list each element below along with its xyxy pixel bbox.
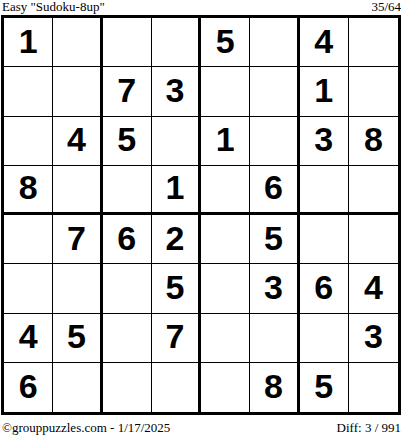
cell-r5c4[interactable]: 2 (152, 215, 201, 264)
cell-r6c1[interactable] (4, 264, 53, 313)
cell-r3c5[interactable]: 1 (201, 117, 250, 166)
cell-r6c8[interactable]: 4 (349, 264, 398, 313)
cell-r2c3[interactable]: 7 (103, 67, 152, 116)
cell-r7c4[interactable]: 7 (152, 314, 201, 363)
cell-r4c1[interactable]: 8 (4, 166, 53, 215)
puzzle-page: Easy "Sudoku-8up" 35/64 1547314513881676… (0, 0, 403, 437)
cell-r6c3[interactable] (103, 264, 152, 313)
cell-r8c7[interactable]: 5 (300, 363, 349, 412)
cell-r4c6[interactable]: 6 (250, 166, 299, 215)
page-footer: ©grouppuzzles.com - 1/17/2025 Diff: 3 / … (2, 420, 401, 435)
cell-r2c6[interactable] (250, 67, 299, 116)
cell-r7c3[interactable] (103, 314, 152, 363)
cell-r1c7[interactable]: 4 (300, 18, 349, 67)
cell-r5c2[interactable]: 7 (53, 215, 102, 264)
difficulty-text: Diff: 3 / 991 (337, 420, 401, 435)
cell-r5c7[interactable] (300, 215, 349, 264)
cell-r5c8[interactable] (349, 215, 398, 264)
cell-r2c2[interactable] (53, 67, 102, 116)
cell-r3c7[interactable]: 3 (300, 117, 349, 166)
cell-r3c8[interactable]: 8 (349, 117, 398, 166)
cell-r6c5[interactable] (201, 264, 250, 313)
cell-r5c5[interactable] (201, 215, 250, 264)
cell-r5c1[interactable] (4, 215, 53, 264)
cell-r2c8[interactable] (349, 67, 398, 116)
cell-r1c5[interactable]: 5 (201, 18, 250, 67)
cell-r2c7[interactable]: 1 (300, 67, 349, 116)
cell-r4c7[interactable] (300, 166, 349, 215)
cell-r8c2[interactable] (53, 363, 102, 412)
cell-r1c2[interactable] (53, 18, 102, 67)
cell-r3c6[interactable] (250, 117, 299, 166)
cell-r6c7[interactable]: 6 (300, 264, 349, 313)
cell-r6c2[interactable] (53, 264, 102, 313)
cell-r2c4[interactable]: 3 (152, 67, 201, 116)
cell-r4c8[interactable] (349, 166, 398, 215)
cell-r4c2[interactable] (53, 166, 102, 215)
cell-r8c6[interactable]: 8 (250, 363, 299, 412)
cell-r8c3[interactable] (103, 363, 152, 412)
cell-r8c8[interactable] (349, 363, 398, 412)
cell-r4c3[interactable] (103, 166, 152, 215)
cell-r7c6[interactable] (250, 314, 299, 363)
cell-r5c3[interactable]: 6 (103, 215, 152, 264)
cell-r7c1[interactable]: 4 (4, 314, 53, 363)
copyright-text: ©grouppuzzles.com - 1/17/2025 (2, 420, 170, 435)
puzzle-counter: 35/64 (371, 0, 401, 14)
cell-r2c1[interactable] (4, 67, 53, 116)
cell-r1c6[interactable] (250, 18, 299, 67)
sudoku-board: 15473145138816762553644573685 (1, 15, 401, 415)
cell-r1c8[interactable] (349, 18, 398, 67)
cell-r7c7[interactable] (300, 314, 349, 363)
cell-r7c2[interactable]: 5 (53, 314, 102, 363)
puzzle-title: Easy "Sudoku-8up" (2, 0, 105, 14)
cell-r6c6[interactable]: 3 (250, 264, 299, 313)
cell-r8c4[interactable] (152, 363, 201, 412)
cell-r7c5[interactable] (201, 314, 250, 363)
cell-r5c6[interactable]: 5 (250, 215, 299, 264)
cell-r8c1[interactable]: 6 (4, 363, 53, 412)
cell-r1c1[interactable]: 1 (4, 18, 53, 67)
cell-r4c5[interactable] (201, 166, 250, 215)
cell-r3c2[interactable]: 4 (53, 117, 102, 166)
cell-r2c5[interactable] (201, 67, 250, 116)
cell-r8c5[interactable] (201, 363, 250, 412)
cell-r7c8[interactable]: 3 (349, 314, 398, 363)
cell-r3c3[interactable]: 5 (103, 117, 152, 166)
cell-r3c4[interactable] (152, 117, 201, 166)
cell-r6c4[interactable]: 5 (152, 264, 201, 313)
cell-r4c4[interactable]: 1 (152, 166, 201, 215)
page-header: Easy "Sudoku-8up" 35/64 (2, 0, 401, 14)
cell-r1c3[interactable] (103, 18, 152, 67)
cell-r3c1[interactable] (4, 117, 53, 166)
cell-r1c4[interactable] (152, 18, 201, 67)
